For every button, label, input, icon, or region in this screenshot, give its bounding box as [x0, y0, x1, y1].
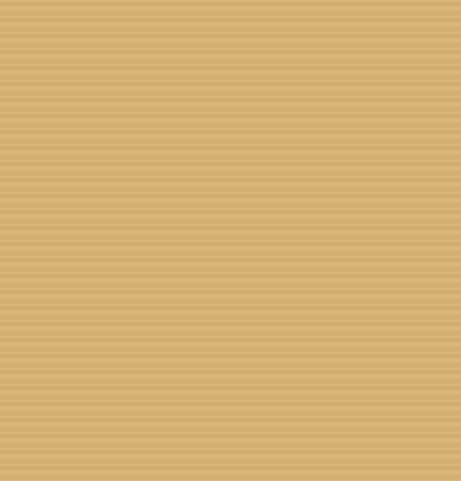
go-board[interactable]	[0, 0, 461, 481]
